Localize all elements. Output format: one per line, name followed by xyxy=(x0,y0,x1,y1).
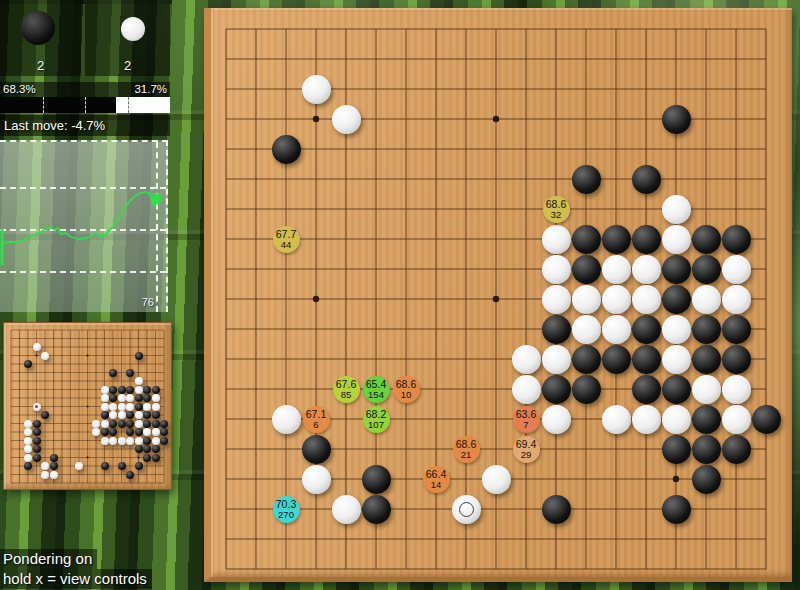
black-stone xyxy=(632,345,661,374)
black-stone xyxy=(33,437,41,445)
white-stone xyxy=(101,437,109,445)
black-stone xyxy=(692,315,721,344)
black-stone xyxy=(135,394,143,402)
white-stone xyxy=(135,437,143,445)
winrate-tick-75 xyxy=(128,97,129,113)
white-stone xyxy=(126,394,134,402)
white-stone xyxy=(632,405,661,434)
white-capture-count: 2 xyxy=(85,58,170,73)
black-stone xyxy=(572,165,601,194)
white-stone xyxy=(662,405,691,434)
black-stone xyxy=(722,315,751,344)
black-stone xyxy=(152,420,160,428)
white-stone xyxy=(542,225,571,254)
white-stone xyxy=(152,394,160,402)
white-stone xyxy=(632,285,661,314)
black-stone xyxy=(109,369,117,377)
black-stone xyxy=(135,428,143,436)
white-stone xyxy=(662,345,691,374)
candidate-winrate: 63.6 xyxy=(516,409,536,420)
white-stone xyxy=(92,428,100,436)
white-stone xyxy=(143,403,151,411)
black-stone xyxy=(135,352,143,360)
black-stone xyxy=(143,420,151,428)
black-stone xyxy=(160,420,168,428)
white-stone xyxy=(24,454,32,462)
white-stone xyxy=(512,345,541,374)
black-stone xyxy=(143,445,151,453)
black-stone xyxy=(160,428,168,436)
black-stone xyxy=(152,454,160,462)
white-stone xyxy=(302,465,331,494)
white-stone xyxy=(542,255,571,284)
black-stone xyxy=(632,375,661,404)
candidate-winrate: 68.6 xyxy=(456,439,476,450)
black-stone xyxy=(126,471,134,479)
black-stone xyxy=(109,394,117,402)
black-stone xyxy=(33,428,41,436)
black-stone xyxy=(143,454,151,462)
black-stone xyxy=(602,225,631,254)
white-stone xyxy=(602,285,631,314)
analysis-candidate-move[interactable]: 68.632 xyxy=(543,196,570,223)
white-stone xyxy=(33,403,41,411)
black-stone xyxy=(722,435,751,464)
white-stone xyxy=(135,420,143,428)
white-stone xyxy=(332,495,361,524)
black-stone xyxy=(302,435,331,464)
black-stone xyxy=(126,420,134,428)
white-stone xyxy=(24,445,32,453)
analysis-candidate-move[interactable]: 67.685 xyxy=(333,376,360,403)
white-stone xyxy=(101,394,109,402)
black-stone xyxy=(135,403,143,411)
white-stone xyxy=(722,405,751,434)
white-stone xyxy=(602,255,631,284)
white-stone xyxy=(152,428,160,436)
white-stone xyxy=(24,428,32,436)
candidate-visits: 154 xyxy=(368,390,384,400)
white-stone xyxy=(41,352,49,360)
black-stone xyxy=(272,135,301,164)
analysis-candidate-move[interactable]: 70.3270 xyxy=(273,496,300,523)
white-stone xyxy=(143,428,151,436)
white-stone xyxy=(135,377,143,385)
white-winrate-label: 31.7% xyxy=(134,82,167,97)
black-stone xyxy=(542,495,571,524)
black-stone xyxy=(152,386,160,394)
black-stone xyxy=(109,428,117,436)
white-stone xyxy=(24,420,32,428)
black-stone xyxy=(662,105,691,134)
white-stone xyxy=(135,411,143,419)
black-stone xyxy=(602,345,631,374)
black-stone xyxy=(101,411,109,419)
black-stone xyxy=(662,285,691,314)
white-stone xyxy=(572,315,601,344)
white-stone xyxy=(692,285,721,314)
white-stone xyxy=(101,420,109,428)
black-stone xyxy=(126,369,134,377)
analysis-candidate-move[interactable]: 67.744 xyxy=(273,226,300,253)
black-stone xyxy=(143,437,151,445)
black-stone xyxy=(662,375,691,404)
white-stone xyxy=(662,315,691,344)
white-player-panel[interactable]: 2 xyxy=(85,4,170,76)
black-stone xyxy=(135,445,143,453)
black-stone xyxy=(722,225,751,254)
analysis-candidate-move[interactable]: 65.4154 xyxy=(363,376,390,403)
white-stone xyxy=(332,105,361,134)
black-stone xyxy=(632,315,661,344)
white-stone xyxy=(152,403,160,411)
black-stone xyxy=(126,428,134,436)
candidate-winrate: 66.4 xyxy=(426,469,446,480)
black-stone xyxy=(152,445,160,453)
black-stone xyxy=(41,411,49,419)
black-stone xyxy=(33,420,41,428)
black-stone xyxy=(662,495,691,524)
last-move-marker xyxy=(459,502,474,517)
white-stone xyxy=(602,405,631,434)
black-stone xyxy=(50,462,58,470)
candidate-visits: 6 xyxy=(313,420,318,430)
candidate-winrate: 67.7 xyxy=(276,229,296,240)
white-stone xyxy=(602,315,631,344)
white-stone xyxy=(92,420,100,428)
black-winrate-label: 68.3% xyxy=(3,82,36,97)
analysis-candidate-move[interactable]: 63.67 xyxy=(513,406,540,433)
black-player-panel[interactable]: 2 xyxy=(0,4,81,76)
black-stone xyxy=(572,375,601,404)
candidate-winrate: 68.6 xyxy=(396,379,416,390)
white-stone xyxy=(75,462,83,470)
black-stone xyxy=(362,465,391,494)
white-stone xyxy=(118,403,126,411)
white-stone xyxy=(126,403,134,411)
white-stone xyxy=(542,405,571,434)
minimap-board[interactable] xyxy=(3,322,172,490)
recent-move-marker xyxy=(35,405,38,408)
winrate-bar xyxy=(0,97,170,113)
black-stone xyxy=(572,345,601,374)
black-stone xyxy=(542,375,571,404)
black-stone xyxy=(632,225,661,254)
candidate-visits: 85 xyxy=(341,390,352,400)
white-stone xyxy=(50,471,58,479)
black-stone xyxy=(662,255,691,284)
white-stone xyxy=(118,394,126,402)
black-stone xyxy=(692,435,721,464)
move-number: 76 xyxy=(142,296,154,308)
black-stone xyxy=(662,435,691,464)
black-stone xyxy=(692,255,721,284)
black-stone xyxy=(692,225,721,254)
candidate-visits: 14 xyxy=(431,480,442,490)
candidate-winrate: 67.6 xyxy=(336,379,356,390)
black-stone xyxy=(152,411,160,419)
white-stone-icon xyxy=(121,17,145,41)
black-stone xyxy=(101,428,109,436)
winrate-curve xyxy=(0,142,168,314)
black-stone xyxy=(118,386,126,394)
white-stone xyxy=(272,405,301,434)
candidate-winrate: 68.6 xyxy=(546,199,566,210)
black-stone xyxy=(692,345,721,374)
black-stone xyxy=(118,462,126,470)
black-stone xyxy=(33,445,41,453)
black-stone xyxy=(542,315,571,344)
last-move-delta: Last move: -4.7% xyxy=(0,115,170,136)
winrate-labels: 68.3% 31.7% xyxy=(0,82,170,97)
white-stone xyxy=(722,285,751,314)
analysis-candidate-move[interactable]: 69.429 xyxy=(513,436,540,463)
analysis-candidate-move[interactable]: 68.610 xyxy=(393,376,420,403)
candidate-winrate: 67.1 xyxy=(306,409,326,420)
winrate-bar-black-part xyxy=(0,97,116,113)
black-capture-count: 2 xyxy=(0,58,81,73)
candidate-winrate: 70.3 xyxy=(276,499,296,510)
white-stone xyxy=(632,255,661,284)
black-stone xyxy=(24,360,32,368)
black-stone xyxy=(109,386,117,394)
black-stone xyxy=(126,386,134,394)
candidate-visits: 29 xyxy=(521,450,532,460)
white-stone xyxy=(662,195,691,224)
white-stone xyxy=(722,375,751,404)
black-stone xyxy=(101,462,109,470)
black-stone xyxy=(135,462,143,470)
analysis-candidate-move[interactable]: 68.2107 xyxy=(363,406,390,433)
white-stone xyxy=(135,386,143,394)
black-stone xyxy=(143,394,151,402)
black-stone xyxy=(572,255,601,284)
candidate-winrate: 65.4 xyxy=(366,379,386,390)
analysis-candidate-move[interactable]: 66.414 xyxy=(423,466,450,493)
white-stone xyxy=(118,437,126,445)
candidate-winrate: 69.4 xyxy=(516,439,536,450)
main-go-board[interactable]: 67.74468.63267.68565.415468.61067.1668.2… xyxy=(204,8,792,582)
white-stone xyxy=(482,465,511,494)
controls-hint: hold x = view controls xyxy=(0,569,152,589)
white-stone xyxy=(302,75,331,104)
candidate-visits: 7 xyxy=(523,420,528,430)
white-stone xyxy=(101,403,109,411)
analysis-candidate-move[interactable]: 67.16 xyxy=(303,406,330,433)
white-stone xyxy=(572,285,601,314)
candidate-winrate: 68.2 xyxy=(366,409,386,420)
white-stone xyxy=(542,285,571,314)
winrate-tick-50 xyxy=(85,97,86,113)
black-stone xyxy=(160,437,168,445)
candidate-visits: 270 xyxy=(278,510,294,520)
white-stone xyxy=(722,255,751,284)
white-stone xyxy=(41,462,49,470)
black-stone xyxy=(692,465,721,494)
black-stone xyxy=(752,405,781,434)
black-stone xyxy=(24,462,32,470)
black-stone xyxy=(33,454,41,462)
black-stone xyxy=(118,420,126,428)
white-stone xyxy=(662,225,691,254)
white-stone xyxy=(452,495,481,524)
candidate-visits: 21 xyxy=(461,450,472,460)
black-stone xyxy=(632,165,661,194)
black-stone xyxy=(50,454,58,462)
candidate-visits: 44 xyxy=(281,240,292,250)
candidate-visits: 10 xyxy=(401,390,412,400)
white-stone xyxy=(126,437,134,445)
white-stone xyxy=(542,345,571,374)
white-stone xyxy=(24,437,32,445)
candidate-visits: 32 xyxy=(551,210,562,220)
black-stone xyxy=(143,411,151,419)
black-stone xyxy=(572,225,601,254)
white-stone xyxy=(152,437,160,445)
white-stone xyxy=(109,411,117,419)
candidate-visits: 107 xyxy=(368,420,384,430)
white-stone xyxy=(101,386,109,394)
black-stone xyxy=(109,420,117,428)
white-stone xyxy=(118,411,126,419)
white-stone xyxy=(109,403,117,411)
black-stone xyxy=(692,405,721,434)
black-stone xyxy=(143,386,151,394)
pondering-status: Pondering on xyxy=(0,549,97,569)
analysis-candidate-move[interactable]: 68.621 xyxy=(453,436,480,463)
white-stone xyxy=(41,471,49,479)
white-stone xyxy=(33,343,41,351)
winrate-graph[interactable]: 76 xyxy=(0,140,168,312)
white-stone xyxy=(109,437,117,445)
black-stone xyxy=(722,345,751,374)
white-stone xyxy=(692,375,721,404)
white-stone xyxy=(512,375,541,404)
black-stone xyxy=(126,411,134,419)
black-stone xyxy=(362,495,391,524)
winrate-tick-25 xyxy=(43,97,44,113)
black-stone-icon xyxy=(21,11,55,45)
